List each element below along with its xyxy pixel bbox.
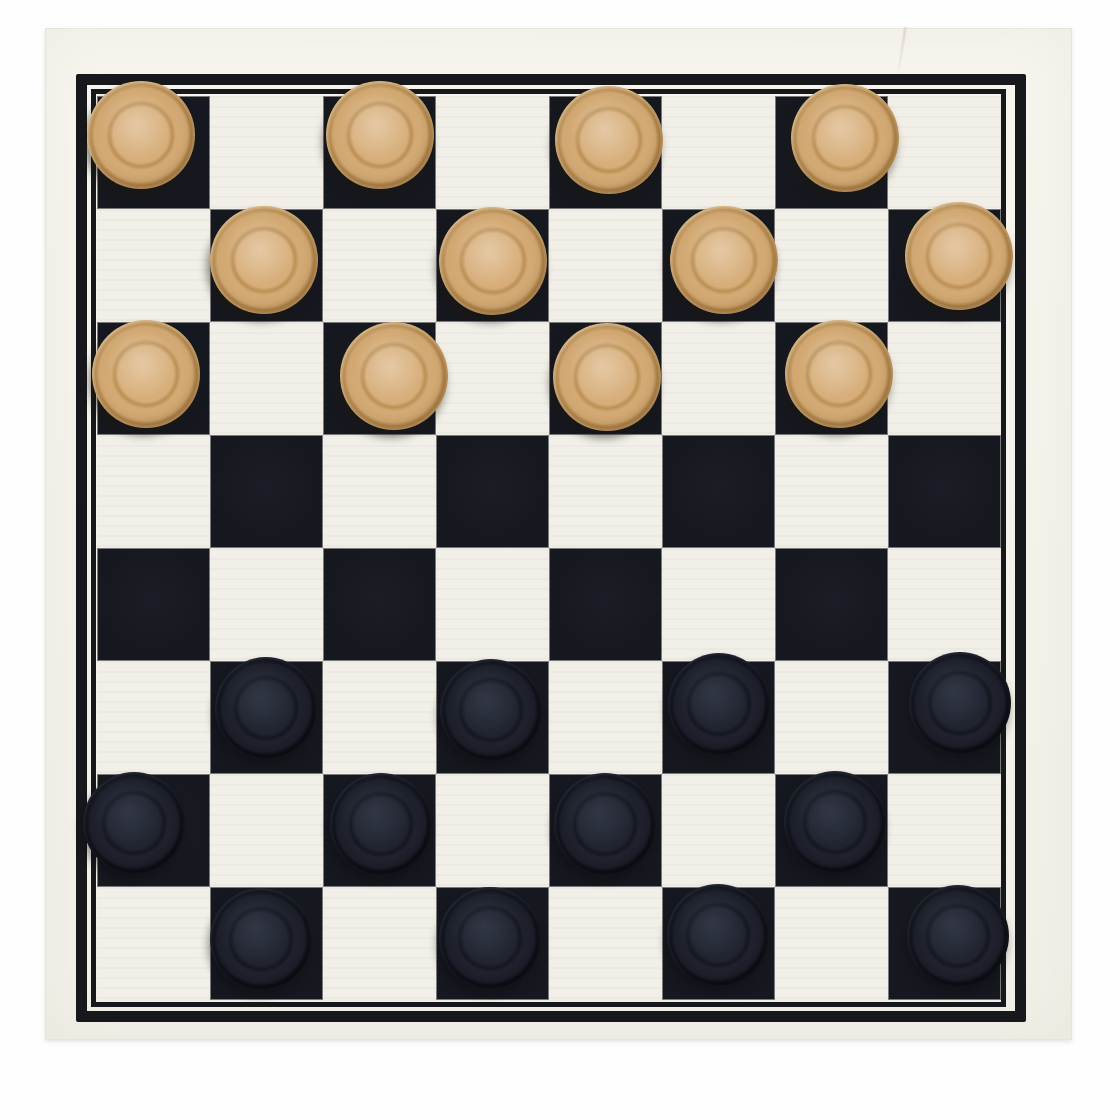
- square-r1c7[interactable]: [775, 96, 888, 209]
- light-checker[interactable]: [670, 206, 778, 314]
- square-r3c8[interactable]: [888, 322, 1001, 435]
- square-r8c4[interactable]: [436, 887, 549, 1000]
- light-checker[interactable]: [555, 86, 663, 194]
- square-r7c4[interactable]: [436, 774, 549, 887]
- square-r3c5[interactable]: [549, 322, 662, 435]
- checkers-board: [97, 96, 1001, 1000]
- square-r7c5[interactable]: [549, 774, 662, 887]
- square-r5c1[interactable]: [97, 548, 210, 661]
- square-r5c2[interactable]: [210, 548, 323, 661]
- square-r8c1[interactable]: [97, 887, 210, 1000]
- square-r5c4[interactable]: [436, 548, 549, 661]
- light-checker[interactable]: [905, 202, 1013, 310]
- square-r3c4[interactable]: [436, 322, 549, 435]
- square-r1c2[interactable]: [210, 96, 323, 209]
- dark-checker[interactable]: [909, 652, 1011, 754]
- light-checker[interactable]: [87, 81, 195, 189]
- dark-checker[interactable]: [439, 887, 541, 989]
- dark-checker[interactable]: [667, 884, 769, 986]
- square-r3c2[interactable]: [210, 322, 323, 435]
- square-r1c1[interactable]: [97, 96, 210, 209]
- square-r7c1[interactable]: [97, 774, 210, 887]
- square-r4c4[interactable]: [436, 435, 549, 548]
- dark-checker[interactable]: [440, 659, 542, 761]
- square-r2c4[interactable]: [436, 209, 549, 322]
- dark-checker[interactable]: [83, 772, 185, 874]
- square-r2c2[interactable]: [210, 209, 323, 322]
- dark-checker[interactable]: [907, 885, 1009, 987]
- square-r6c5[interactable]: [549, 661, 662, 774]
- square-r5c5[interactable]: [549, 548, 662, 661]
- light-checker[interactable]: [785, 320, 893, 428]
- square-r2c7[interactable]: [775, 209, 888, 322]
- square-r4c2[interactable]: [210, 435, 323, 548]
- square-r3c7[interactable]: [775, 322, 888, 435]
- square-r7c2[interactable]: [210, 774, 323, 887]
- dark-checker[interactable]: [668, 653, 770, 755]
- square-r8c2[interactable]: [210, 887, 323, 1000]
- square-r4c7[interactable]: [775, 435, 888, 548]
- square-r5c3[interactable]: [323, 548, 436, 661]
- dark-checker[interactable]: [210, 888, 312, 990]
- square-r1c4[interactable]: [436, 96, 549, 209]
- square-r8c6[interactable]: [662, 887, 775, 1000]
- light-checker[interactable]: [340, 322, 448, 430]
- light-checker[interactable]: [326, 81, 434, 189]
- square-r7c6[interactable]: [662, 774, 775, 887]
- square-r8c5[interactable]: [549, 887, 662, 1000]
- square-r4c5[interactable]: [549, 435, 662, 548]
- light-checker[interactable]: [210, 206, 318, 314]
- light-checker[interactable]: [92, 320, 200, 428]
- square-r6c7[interactable]: [775, 661, 888, 774]
- square-r4c8[interactable]: [888, 435, 1001, 548]
- dark-checker[interactable]: [215, 657, 317, 759]
- square-r1c6[interactable]: [662, 96, 775, 209]
- square-r8c3[interactable]: [323, 887, 436, 1000]
- dark-checker[interactable]: [784, 771, 886, 873]
- square-r7c7[interactable]: [775, 774, 888, 887]
- square-r5c8[interactable]: [888, 548, 1001, 661]
- square-r4c6[interactable]: [662, 435, 775, 548]
- square-r2c3[interactable]: [323, 209, 436, 322]
- light-checker[interactable]: [553, 323, 661, 431]
- square-r2c6[interactable]: [662, 209, 775, 322]
- square-r3c1[interactable]: [97, 322, 210, 435]
- square-r2c1[interactable]: [97, 209, 210, 322]
- square-r8c8[interactable]: [888, 887, 1001, 1000]
- square-r6c6[interactable]: [662, 661, 775, 774]
- square-r5c6[interactable]: [662, 548, 775, 661]
- square-r4c3[interactable]: [323, 435, 436, 548]
- square-r2c5[interactable]: [549, 209, 662, 322]
- square-r3c3[interactable]: [323, 322, 436, 435]
- square-r8c7[interactable]: [775, 887, 888, 1000]
- square-r6c1[interactable]: [97, 661, 210, 774]
- dark-checker[interactable]: [330, 773, 432, 875]
- paper-crease: [896, 27, 907, 77]
- square-r4c1[interactable]: [97, 435, 210, 548]
- square-r1c8[interactable]: [888, 96, 1001, 209]
- square-r7c3[interactable]: [323, 774, 436, 887]
- square-r1c5[interactable]: [549, 96, 662, 209]
- dark-checker[interactable]: [554, 773, 656, 875]
- square-r6c3[interactable]: [323, 661, 436, 774]
- square-r3c6[interactable]: [662, 322, 775, 435]
- light-checker[interactable]: [439, 207, 547, 315]
- square-r6c4[interactable]: [436, 661, 549, 774]
- square-r5c7[interactable]: [775, 548, 888, 661]
- board-photo: [0, 0, 1120, 1120]
- square-r2c8[interactable]: [888, 209, 1001, 322]
- square-r1c3[interactable]: [323, 96, 436, 209]
- square-r6c8[interactable]: [888, 661, 1001, 774]
- light-checker[interactable]: [791, 84, 899, 192]
- square-r6c2[interactable]: [210, 661, 323, 774]
- square-r7c8[interactable]: [888, 774, 1001, 887]
